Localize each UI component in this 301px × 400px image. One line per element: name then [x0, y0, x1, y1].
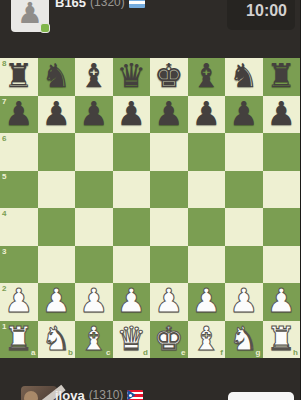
square-e4[interactable] [150, 208, 188, 246]
square-a1[interactable]: 1a♜ [0, 321, 38, 359]
chess-board[interactable]: 8♜♞♝♛♚♝♞♜7♟♟♟♟♟♟♟♟65432♟♟♟♟♟♟♟♟1a♜b♞c♝d♛… [0, 58, 300, 358]
square-g3[interactable] [225, 246, 263, 284]
square-e3[interactable] [150, 246, 188, 284]
piece-black-king[interactable]: ♚ [154, 59, 184, 92]
square-c6[interactable] [75, 133, 113, 171]
square-a6[interactable]: 6 [0, 133, 38, 171]
square-g4[interactable] [225, 208, 263, 246]
avatar-photo-detail [24, 391, 38, 400]
piece-black-queen[interactable]: ♛ [116, 59, 146, 92]
piece-black-pawn[interactable]: ♟ [41, 97, 71, 130]
square-e5[interactable] [150, 171, 188, 209]
rank-label-4: 4 [2, 210, 6, 218]
square-e7[interactable]: ♟ [150, 96, 188, 134]
square-b5[interactable] [38, 171, 76, 209]
piece-black-bishop[interactable]: ♝ [191, 59, 221, 92]
piece-black-pawn[interactable]: ♟ [154, 97, 184, 130]
piece-white-king[interactable]: ♚ [154, 322, 184, 355]
piece-white-queen[interactable]: ♛ [116, 322, 146, 355]
square-f7[interactable]: ♟ [188, 96, 226, 134]
piece-white-pawn[interactable]: ♟ [154, 284, 184, 317]
square-f5[interactable] [188, 171, 226, 209]
player-avatar[interactable] [21, 386, 57, 400]
square-c8[interactable]: ♝ [75, 58, 113, 96]
piece-white-pawn[interactable]: ♟ [191, 284, 221, 317]
square-e6[interactable] [150, 133, 188, 171]
square-b4[interactable] [38, 208, 76, 246]
square-a4[interactable]: 4 [0, 208, 38, 246]
square-a7[interactable]: 7♟ [0, 96, 38, 134]
piece-white-rook[interactable]: ♜ [266, 322, 296, 355]
piece-white-pawn[interactable]: ♟ [116, 284, 146, 317]
piece-black-knight[interactable]: ♞ [229, 59, 259, 92]
square-f3[interactable] [188, 246, 226, 284]
square-h7[interactable]: ♟ [263, 96, 301, 134]
rank-label-6: 6 [2, 135, 6, 143]
piece-black-pawn[interactable]: ♟ [79, 97, 109, 130]
online-badge-icon [40, 23, 50, 33]
square-d3[interactable] [113, 246, 151, 284]
chess-app: ♟ B165 (1320) 10:00 8♜♞♝♛♚♝♞♜7♟♟♟♟♟♟♟♟65… [0, 0, 300, 400]
square-h5[interactable] [263, 171, 301, 209]
square-c3[interactable] [75, 246, 113, 284]
square-d1[interactable]: d♛ [113, 321, 151, 359]
square-b3[interactable] [38, 246, 76, 284]
player-rating: (1310) [89, 388, 124, 400]
square-c4[interactable] [75, 208, 113, 246]
square-h4[interactable] [263, 208, 301, 246]
square-b1[interactable]: b♞ [38, 321, 76, 359]
piece-black-pawn[interactable]: ♟ [191, 97, 221, 130]
square-d2[interactable]: ♟ [113, 283, 151, 321]
square-f1[interactable]: f♝ [188, 321, 226, 359]
square-g8[interactable]: ♞ [225, 58, 263, 96]
piece-white-bishop[interactable]: ♝ [79, 322, 109, 355]
piece-white-bishop[interactable]: ♝ [191, 322, 221, 355]
rank-label-3: 3 [2, 248, 6, 256]
opponent-info: B165 (1320) [55, 0, 145, 10]
player-name[interactable]: ilova [55, 388, 85, 400]
square-b8[interactable]: ♞ [38, 58, 76, 96]
player-info: ilova (1310) [55, 387, 143, 400]
square-c5[interactable] [75, 171, 113, 209]
square-b2[interactable]: ♟ [38, 283, 76, 321]
piece-black-knight[interactable]: ♞ [41, 59, 71, 92]
square-b6[interactable] [38, 133, 76, 171]
square-d7[interactable]: ♟ [113, 96, 151, 134]
opponent-clock-time: 10:00 [246, 2, 287, 20]
square-a8[interactable]: 8♜ [0, 58, 38, 96]
rank-label-5: 5 [2, 173, 6, 181]
square-g5[interactable] [225, 171, 263, 209]
square-c7[interactable]: ♟ [75, 96, 113, 134]
player-clock [228, 392, 294, 400]
square-f2[interactable]: ♟ [188, 283, 226, 321]
square-f4[interactable] [188, 208, 226, 246]
square-c1[interactable]: c♝ [75, 321, 113, 359]
square-h8[interactable]: ♜ [263, 58, 301, 96]
puerto-rico-flag-icon [127, 390, 143, 400]
square-c2[interactable]: ♟ [75, 283, 113, 321]
square-b7[interactable]: ♟ [38, 96, 76, 134]
piece-white-rook[interactable]: ♜ [4, 322, 34, 355]
top-player-bar: ♟ B165 (1320) 10:00 [0, 0, 300, 58]
piece-white-pawn[interactable]: ♟ [79, 284, 109, 317]
square-e2[interactable]: ♟ [150, 283, 188, 321]
square-f6[interactable] [188, 133, 226, 171]
piece-black-pawn[interactable]: ♟ [116, 97, 146, 130]
square-a2[interactable]: 2♟ [0, 283, 38, 321]
bottom-player-bar: ilova (1310) [0, 358, 300, 400]
square-h3[interactable] [263, 246, 301, 284]
piece-black-rook[interactable]: ♜ [4, 59, 34, 92]
square-d6[interactable] [113, 133, 151, 171]
square-h1[interactable]: h♜ [263, 321, 301, 359]
piece-white-knight[interactable]: ♞ [229, 322, 259, 355]
opponent-avatar[interactable]: ♟ [11, 0, 49, 32]
opponent-clock: 10:00 [227, 0, 295, 30]
square-a5[interactable]: 5 [0, 171, 38, 209]
square-g1[interactable]: g♞ [225, 321, 263, 359]
square-d4[interactable] [113, 208, 151, 246]
piece-white-knight[interactable]: ♞ [41, 322, 71, 355]
square-d8[interactable]: ♛ [113, 58, 151, 96]
square-e1[interactable]: e♚ [150, 321, 188, 359]
piece-white-pawn[interactable]: ♟ [266, 284, 296, 317]
piece-black-pawn[interactable]: ♟ [229, 97, 259, 130]
square-g2[interactable]: ♟ [225, 283, 263, 321]
blue-white-flag-icon [129, 0, 145, 8]
square-h6[interactable] [263, 133, 301, 171]
piece-white-pawn[interactable]: ♟ [4, 284, 34, 317]
square-g7[interactable]: ♟ [225, 96, 263, 134]
piece-black-pawn[interactable]: ♟ [266, 97, 296, 130]
piece-black-rook[interactable]: ♜ [266, 59, 296, 92]
square-e8[interactable]: ♚ [150, 58, 188, 96]
square-f8[interactable]: ♝ [188, 58, 226, 96]
square-d5[interactable] [113, 171, 151, 209]
opponent-name[interactable]: B165 [55, 0, 86, 10]
piece-white-pawn[interactable]: ♟ [41, 284, 71, 317]
piece-black-bishop[interactable]: ♝ [79, 59, 109, 92]
square-h2[interactable]: ♟ [263, 283, 301, 321]
opponent-rating: (1320) [90, 0, 125, 9]
square-g6[interactable] [225, 133, 263, 171]
piece-white-pawn[interactable]: ♟ [229, 284, 259, 317]
piece-black-pawn[interactable]: ♟ [4, 97, 34, 130]
square-a3[interactable]: 3 [0, 246, 38, 284]
